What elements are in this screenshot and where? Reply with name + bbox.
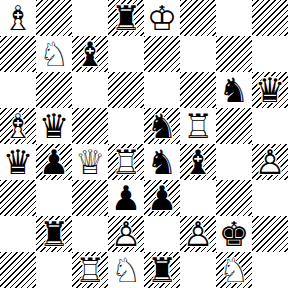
piece-black-king-g2: ♚	[216, 216, 252, 252]
piece-white-bishop-a8: ♗	[0, 0, 36, 36]
square-d8[interactable]: ♜♜	[108, 0, 144, 36]
square-e1[interactable]: ♜♜	[144, 252, 180, 288]
piece-fill-layer: ♟	[252, 144, 288, 180]
square-f2[interactable]: ♟♙	[180, 216, 216, 252]
square-b2[interactable]: ♜♜	[36, 216, 72, 252]
square-f5[interactable]: ♜♖	[180, 108, 216, 144]
piece-fill-layer: ♜	[36, 216, 72, 252]
piece-black-rook-d8: ♜	[108, 0, 144, 36]
piece-white-rook-f5: ♖	[180, 108, 216, 144]
square-b7[interactable]: ♞♘	[36, 36, 72, 72]
square-f8[interactable]	[180, 0, 216, 36]
piece-black-knight-e4: ♞	[144, 144, 180, 180]
piece-fill-layer: ♚	[216, 216, 252, 252]
square-f3[interactable]	[180, 180, 216, 216]
square-g6[interactable]: ♞♞	[216, 72, 252, 108]
square-d6[interactable]	[108, 72, 144, 108]
piece-black-pawn-d3: ♟	[108, 180, 144, 216]
piece-black-queen-b5: ♛	[36, 108, 72, 144]
square-e2[interactable]	[144, 216, 180, 252]
square-c3[interactable]	[72, 180, 108, 216]
square-a6[interactable]	[0, 72, 36, 108]
piece-fill-layer: ♝	[0, 108, 36, 144]
square-g5[interactable]	[216, 108, 252, 144]
square-e3[interactable]: ♟♟	[144, 180, 180, 216]
square-e8[interactable]: ♚♔	[144, 0, 180, 36]
piece-black-pawn-e3: ♟	[144, 180, 180, 216]
square-d4[interactable]: ♜♖	[108, 144, 144, 180]
piece-black-queen-h6: ♛	[252, 72, 288, 108]
square-d7[interactable]	[108, 36, 144, 72]
piece-fill-layer: ♞	[216, 72, 252, 108]
piece-black-bishop-c7: ♝	[72, 36, 108, 72]
square-h6[interactable]: ♛♛	[252, 72, 288, 108]
square-b5[interactable]: ♛♛	[36, 108, 72, 144]
square-a1[interactable]	[0, 252, 36, 288]
piece-fill-layer: ♟	[180, 216, 216, 252]
square-a8[interactable]: ♝♗	[0, 0, 36, 36]
square-f4[interactable]: ♝♝	[180, 144, 216, 180]
piece-black-knight-g6: ♞	[216, 72, 252, 108]
square-c5[interactable]	[72, 108, 108, 144]
square-d2[interactable]: ♟♙	[108, 216, 144, 252]
square-c6[interactable]	[72, 72, 108, 108]
square-f6[interactable]	[180, 72, 216, 108]
square-f7[interactable]	[180, 36, 216, 72]
square-d3[interactable]: ♟♟	[108, 180, 144, 216]
square-a3[interactable]	[0, 180, 36, 216]
piece-fill-layer: ♜	[180, 108, 216, 144]
square-e6[interactable]	[144, 72, 180, 108]
square-a2[interactable]	[0, 216, 36, 252]
piece-white-bishop-a5: ♗	[0, 108, 36, 144]
square-c7[interactable]: ♝♝	[72, 36, 108, 72]
piece-fill-layer: ♝	[180, 144, 216, 180]
piece-white-pawn-h4: ♙	[252, 144, 288, 180]
square-g3[interactable]	[216, 180, 252, 216]
piece-fill-layer: ♜	[108, 144, 144, 180]
square-b6[interactable]	[36, 72, 72, 108]
piece-black-pawn-b4: ♟	[36, 144, 72, 180]
square-d1[interactable]: ♞♘	[108, 252, 144, 288]
piece-black-rook-b2: ♜	[36, 216, 72, 252]
piece-white-pawn-d2: ♙	[108, 216, 144, 252]
square-h2[interactable]	[252, 216, 288, 252]
piece-fill-layer: ♜	[108, 0, 144, 36]
square-e5[interactable]: ♞♞	[144, 108, 180, 144]
piece-fill-layer: ♞	[144, 144, 180, 180]
piece-white-knight-d1: ♘	[108, 252, 144, 288]
square-h8[interactable]	[252, 0, 288, 36]
square-c4[interactable]: ♛♕	[72, 144, 108, 180]
square-a4[interactable]: ♛♛	[0, 144, 36, 180]
piece-fill-layer: ♝	[72, 36, 108, 72]
piece-white-king-e8: ♔	[144, 0, 180, 36]
piece-white-queen-c4: ♕	[72, 144, 108, 180]
square-c1[interactable]: ♜♖	[72, 252, 108, 288]
square-g4[interactable]	[216, 144, 252, 180]
piece-black-queen-a4: ♛	[0, 144, 36, 180]
piece-white-knight-b7: ♘	[36, 36, 72, 72]
piece-black-rook-e1: ♜	[144, 252, 180, 288]
piece-fill-layer: ♞	[108, 252, 144, 288]
piece-fill-layer: ♛	[36, 108, 72, 144]
square-g8[interactable]	[216, 0, 252, 36]
piece-white-rook-d4: ♖	[108, 144, 144, 180]
piece-white-pawn-f2: ♙	[180, 216, 216, 252]
piece-black-knight-e5: ♞	[144, 108, 180, 144]
square-e7[interactable]	[144, 36, 180, 72]
square-g2[interactable]: ♚♚	[216, 216, 252, 252]
piece-fill-layer: ♟	[36, 144, 72, 180]
chess-board: ♝♗♜♜♚♔♞♘♝♝♞♞♛♛♝♗♛♛♞♞♜♖♛♛♟♟♛♕♜♖♞♞♝♝♟♙♟♟♟♟…	[0, 0, 288, 288]
piece-fill-layer: ♚	[144, 0, 180, 36]
square-h1[interactable]	[252, 252, 288, 288]
square-h3[interactable]	[252, 180, 288, 216]
piece-white-knight-g1: ♘	[216, 252, 252, 288]
piece-fill-layer: ♟	[108, 216, 144, 252]
piece-black-bishop-f4: ♝	[180, 144, 216, 180]
square-b1[interactable]	[36, 252, 72, 288]
square-f1[interactable]	[180, 252, 216, 288]
piece-fill-layer: ♞	[144, 108, 180, 144]
piece-fill-layer: ♟	[144, 180, 180, 216]
piece-fill-layer: ♝	[0, 0, 36, 36]
piece-fill-layer: ♜	[72, 252, 108, 288]
square-g7[interactable]	[216, 36, 252, 72]
piece-fill-layer: ♞	[216, 252, 252, 288]
square-c2[interactable]	[72, 216, 108, 252]
piece-fill-layer: ♜	[144, 252, 180, 288]
square-h7[interactable]	[252, 36, 288, 72]
square-d5[interactable]	[108, 108, 144, 144]
piece-white-rook-c1: ♖	[72, 252, 108, 288]
square-b3[interactable]	[36, 180, 72, 216]
square-b4[interactable]: ♟♟	[36, 144, 72, 180]
square-a7[interactable]	[0, 36, 36, 72]
square-b8[interactable]	[36, 0, 72, 36]
piece-fill-layer: ♛	[252, 72, 288, 108]
square-a5[interactable]: ♝♗	[0, 108, 36, 144]
square-h4[interactable]: ♟♙	[252, 144, 288, 180]
square-h5[interactable]	[252, 108, 288, 144]
square-e4[interactable]: ♞♞	[144, 144, 180, 180]
square-g1[interactable]: ♞♘	[216, 252, 252, 288]
piece-fill-layer: ♞	[36, 36, 72, 72]
piece-fill-layer: ♛	[72, 144, 108, 180]
square-c8[interactable]	[72, 0, 108, 36]
piece-fill-layer: ♟	[108, 180, 144, 216]
piece-fill-layer: ♛	[0, 144, 36, 180]
